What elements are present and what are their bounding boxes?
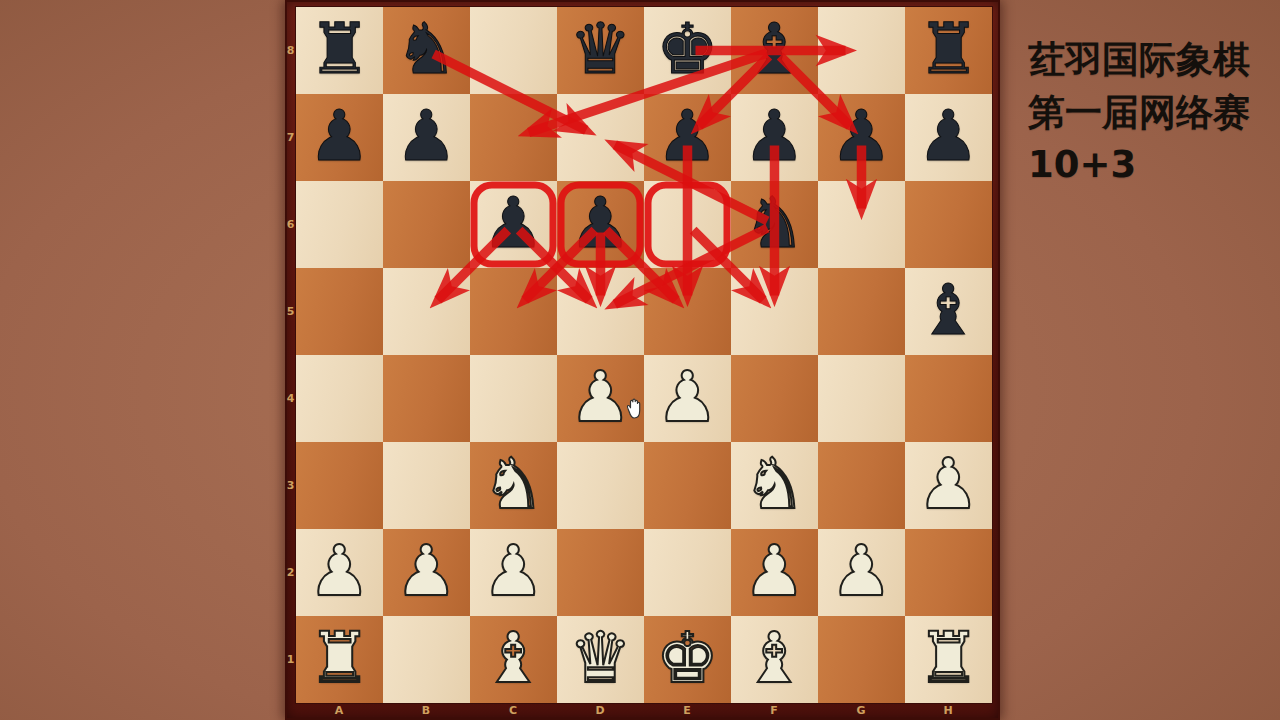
- square-d5[interactable]: [557, 268, 644, 355]
- square-b1[interactable]: [383, 616, 470, 703]
- square-d1[interactable]: ♛: [557, 616, 644, 703]
- file-label-h: H: [905, 702, 992, 720]
- piece-white-king[interactable]: ♚: [656, 623, 719, 693]
- square-b7[interactable]: ♟: [383, 94, 470, 181]
- square-h7[interactable]: ♟: [905, 94, 992, 181]
- square-g7[interactable]: ♟: [818, 94, 905, 181]
- square-b4[interactable]: [383, 355, 470, 442]
- piece-black-knight[interactable]: ♞: [395, 14, 458, 84]
- square-f8[interactable]: ♝: [731, 7, 818, 94]
- piece-black-pawn[interactable]: ♟: [830, 101, 893, 171]
- square-f2[interactable]: ♟: [731, 529, 818, 616]
- square-a4[interactable]: [296, 355, 383, 442]
- piece-black-knight[interactable]: ♞: [743, 188, 806, 258]
- square-a7[interactable]: ♟: [296, 94, 383, 181]
- file-label-a: A: [296, 702, 383, 720]
- piece-white-pawn[interactable]: ♟: [917, 449, 980, 519]
- piece-black-pawn[interactable]: ♟: [917, 101, 980, 171]
- rank-label-8: 8: [285, 7, 296, 94]
- piece-black-rook[interactable]: ♜: [917, 14, 980, 84]
- square-g2[interactable]: ♟: [818, 529, 905, 616]
- square-d2[interactable]: [557, 529, 644, 616]
- piece-white-queen[interactable]: ♛: [569, 623, 632, 693]
- square-a3[interactable]: [296, 442, 383, 529]
- square-c7[interactable]: [470, 94, 557, 181]
- piece-white-rook[interactable]: ♜: [917, 623, 980, 693]
- piece-black-pawn[interactable]: ♟: [656, 101, 719, 171]
- rank-label-6: 6: [285, 181, 296, 268]
- piece-white-pawn[interactable]: ♟: [656, 362, 719, 432]
- event-title: 荭羽国际象棋 第一届网络赛 10+3: [1028, 34, 1278, 192]
- square-a5[interactable]: [296, 268, 383, 355]
- square-b2[interactable]: ♟: [383, 529, 470, 616]
- event-title-line-3: 10+3: [1028, 139, 1278, 192]
- file-label-e: E: [644, 702, 731, 720]
- chess-board-frame: ♜♞♛♚♝♜♟♟♟♟♟♟♟♟♞♝♟♟♞♞♟♟♟♟♟♟♜♝♛♚♝♜ 8765432…: [285, 0, 1000, 720]
- square-d8[interactable]: ♛: [557, 7, 644, 94]
- square-d7[interactable]: [557, 94, 644, 181]
- square-h8[interactable]: ♜: [905, 7, 992, 94]
- piece-black-bishop[interactable]: ♝: [743, 14, 806, 84]
- square-f5[interactable]: [731, 268, 818, 355]
- piece-black-king[interactable]: ♚: [656, 14, 719, 84]
- square-c1[interactable]: ♝: [470, 616, 557, 703]
- square-c3[interactable]: ♞: [470, 442, 557, 529]
- square-e4[interactable]: ♟: [644, 355, 731, 442]
- rank-label-3: 3: [285, 442, 296, 529]
- square-a2[interactable]: ♟: [296, 529, 383, 616]
- square-d6[interactable]: ♟: [557, 181, 644, 268]
- file-label-f: F: [731, 702, 818, 720]
- square-b8[interactable]: ♞: [383, 7, 470, 94]
- square-g5[interactable]: [818, 268, 905, 355]
- square-g6[interactable]: [818, 181, 905, 268]
- square-h6[interactable]: [905, 181, 992, 268]
- rank-label-7: 7: [285, 94, 296, 181]
- event-title-line-2: 第一届网络赛: [1028, 87, 1278, 140]
- square-e6[interactable]: [644, 181, 731, 268]
- square-b3[interactable]: [383, 442, 470, 529]
- file-label-d: D: [557, 702, 644, 720]
- square-f6[interactable]: ♞: [731, 181, 818, 268]
- square-b6[interactable]: [383, 181, 470, 268]
- piece-black-pawn[interactable]: ♟: [482, 188, 545, 258]
- square-e1[interactable]: ♚: [644, 616, 731, 703]
- square-c5[interactable]: [470, 268, 557, 355]
- page-background: { "game": "chess", "position": { "fen": …: [0, 0, 1280, 720]
- piece-black-pawn[interactable]: ♟: [395, 101, 458, 171]
- square-f7[interactable]: ♟: [731, 94, 818, 181]
- hand-cursor-icon: [622, 396, 648, 426]
- piece-white-bishop[interactable]: ♝: [743, 623, 806, 693]
- piece-white-pawn[interactable]: ♟: [743, 536, 806, 606]
- square-a1[interactable]: ♜: [296, 616, 383, 703]
- piece-black-bishop[interactable]: ♝: [917, 275, 980, 345]
- piece-white-pawn[interactable]: ♟: [308, 536, 371, 606]
- square-f3[interactable]: ♞: [731, 442, 818, 529]
- square-c6[interactable]: ♟: [470, 181, 557, 268]
- piece-white-pawn[interactable]: ♟: [395, 536, 458, 606]
- square-e7[interactable]: ♟: [644, 94, 731, 181]
- square-h3[interactable]: ♟: [905, 442, 992, 529]
- square-c2[interactable]: ♟: [470, 529, 557, 616]
- piece-black-pawn[interactable]: ♟: [569, 188, 632, 258]
- event-title-line-1: 荭羽国际象棋: [1028, 34, 1278, 87]
- square-g4[interactable]: [818, 355, 905, 442]
- chess-board: ♜♞♛♚♝♜♟♟♟♟♟♟♟♟♞♝♟♟♞♞♟♟♟♟♟♟♜♝♛♚♝♜: [296, 7, 992, 703]
- square-e3[interactable]: [644, 442, 731, 529]
- square-e5[interactable]: [644, 268, 731, 355]
- square-b5[interactable]: [383, 268, 470, 355]
- square-g3[interactable]: [818, 442, 905, 529]
- square-f1[interactable]: ♝: [731, 616, 818, 703]
- piece-white-knight[interactable]: ♞: [743, 449, 806, 519]
- square-a6[interactable]: [296, 181, 383, 268]
- square-e2[interactable]: [644, 529, 731, 616]
- piece-black-queen[interactable]: ♛: [569, 14, 632, 84]
- square-a8[interactable]: ♜: [296, 7, 383, 94]
- square-h5[interactable]: ♝: [905, 268, 992, 355]
- piece-white-rook[interactable]: ♜: [308, 623, 371, 693]
- piece-black-pawn[interactable]: ♟: [743, 101, 806, 171]
- piece-white-pawn[interactable]: ♟: [830, 536, 893, 606]
- piece-white-bishop[interactable]: ♝: [482, 623, 545, 693]
- square-g1[interactable]: [818, 616, 905, 703]
- piece-white-knight[interactable]: ♞: [482, 449, 545, 519]
- square-f4[interactable]: [731, 355, 818, 442]
- file-label-b: B: [383, 702, 470, 720]
- file-label-g: G: [818, 702, 905, 720]
- square-c4[interactable]: [470, 355, 557, 442]
- rank-label-2: 2: [285, 529, 296, 616]
- square-h2[interactable]: [905, 529, 992, 616]
- square-e8[interactable]: ♚: [644, 7, 731, 94]
- piece-white-pawn[interactable]: ♟: [482, 536, 545, 606]
- rank-label-5: 5: [285, 268, 296, 355]
- square-g8[interactable]: [818, 7, 905, 94]
- rank-label-4: 4: [285, 355, 296, 442]
- square-c8[interactable]: [470, 7, 557, 94]
- square-d3[interactable]: [557, 442, 644, 529]
- piece-black-pawn[interactable]: ♟: [308, 101, 371, 171]
- piece-black-rook[interactable]: ♜: [308, 14, 371, 84]
- file-label-c: C: [470, 702, 557, 720]
- rank-label-1: 1: [285, 616, 296, 703]
- square-h4[interactable]: [905, 355, 992, 442]
- square-h1[interactable]: ♜: [905, 616, 992, 703]
